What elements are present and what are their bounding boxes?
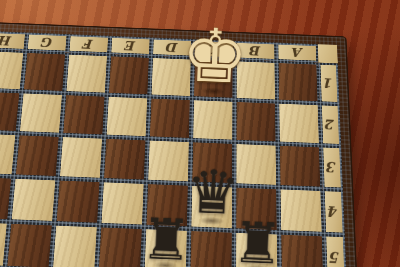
black-rook-b5[interactable]: ♜ bbox=[231, 214, 284, 267]
square-c5[interactable] bbox=[188, 229, 234, 267]
black-rook-d5[interactable]: ♜ bbox=[140, 210, 193, 267]
square-b5[interactable]: ♜ bbox=[234, 230, 280, 267]
rank-label-text: 5 bbox=[330, 249, 341, 267]
square-f3[interactable] bbox=[58, 135, 105, 180]
square-a3[interactable] bbox=[278, 144, 323, 189]
black-queen[interactable]: ♛ bbox=[185, 162, 241, 224]
chess-board-wrapper: HGFEDCBA 12345678 12345678 HGFEDCBA ♚♛♜♜ bbox=[0, 22, 345, 267]
rank-label-3: 3 bbox=[321, 145, 343, 189]
square-e3[interactable] bbox=[102, 137, 148, 182]
rank-label-text: 1 bbox=[324, 76, 334, 91]
square-g4[interactable] bbox=[9, 177, 57, 224]
square-a4[interactable] bbox=[278, 187, 324, 234]
square-g5[interactable] bbox=[5, 221, 54, 267]
square-g3[interactable] bbox=[14, 133, 61, 178]
square-e5[interactable] bbox=[96, 225, 144, 267]
rank-label-text: 4 bbox=[328, 203, 338, 220]
rank-label-text: 3 bbox=[327, 159, 337, 175]
rank-label-5: 5 bbox=[324, 234, 347, 267]
square-e4[interactable] bbox=[99, 180, 146, 227]
photo-stage: HGFEDCBA 12345678 12345678 HGFEDCBA ♚♛♜♜ bbox=[0, 0, 400, 267]
file-label-text: G bbox=[41, 35, 54, 50]
square-d5[interactable]: ♜ bbox=[142, 227, 189, 267]
square-f4[interactable] bbox=[54, 178, 102, 225]
square-d3[interactable] bbox=[146, 138, 191, 183]
square-f2[interactable] bbox=[61, 93, 107, 137]
square-f5[interactable] bbox=[51, 223, 100, 267]
chess-board: HGFEDCBA 12345678 12345678 HGFEDCBA ♚♛♜♜ bbox=[0, 22, 364, 267]
square-a5[interactable] bbox=[279, 232, 325, 267]
white-king[interactable]: ♚ bbox=[180, 18, 249, 94]
